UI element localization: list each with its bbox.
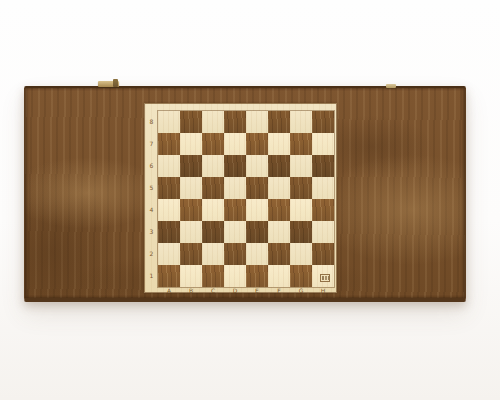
square-b4 — [180, 199, 202, 221]
file-label-d: D — [224, 287, 246, 294]
square-g4 — [290, 199, 312, 221]
rank-label-1: 1 — [145, 265, 158, 287]
square-b1 — [180, 265, 202, 287]
square-b7 — [180, 133, 202, 155]
square-b5 — [180, 177, 202, 199]
square-e8 — [246, 111, 268, 133]
square-a1 — [158, 265, 180, 287]
square-g6 — [290, 155, 312, 177]
square-e5 — [246, 177, 268, 199]
square-e2 — [246, 243, 268, 265]
square-a4 — [158, 199, 180, 221]
square-f8 — [268, 111, 290, 133]
chessboard: 87654321 ABCDEFGH — [144, 103, 337, 293]
square-b8 — [180, 111, 202, 133]
rank-labels: 87654321 — [145, 111, 158, 287]
square-c8 — [202, 111, 224, 133]
square-h3 — [312, 221, 334, 243]
hinge-knob-icon — [113, 79, 118, 87]
square-b2 — [180, 243, 202, 265]
square-f6 — [268, 155, 290, 177]
file-label-a: A — [158, 287, 180, 294]
rank-label-4: 4 — [145, 199, 158, 221]
rank-label-3: 3 — [145, 221, 158, 243]
square-g3 — [290, 221, 312, 243]
maker-stamp-icon — [320, 274, 330, 282]
file-label-e: E — [246, 287, 268, 294]
square-h6 — [312, 155, 334, 177]
square-d6 — [224, 155, 246, 177]
square-a8 — [158, 111, 180, 133]
square-c7 — [202, 133, 224, 155]
square-f2 — [268, 243, 290, 265]
rank-label-7: 7 — [145, 133, 158, 155]
square-a6 — [158, 155, 180, 177]
square-g8 — [290, 111, 312, 133]
hinge-left-icon — [98, 81, 119, 87]
rank-label-6: 6 — [145, 155, 158, 177]
square-c6 — [202, 155, 224, 177]
rank-label-5: 5 — [145, 177, 158, 199]
square-h7 — [312, 133, 334, 155]
square-a3 — [158, 221, 180, 243]
square-d2 — [224, 243, 246, 265]
rank-label-2: 2 — [145, 243, 158, 265]
square-g5 — [290, 177, 312, 199]
square-h4 — [312, 199, 334, 221]
square-e4 — [246, 199, 268, 221]
square-d7 — [224, 133, 246, 155]
square-c4 — [202, 199, 224, 221]
square-f5 — [268, 177, 290, 199]
square-d8 — [224, 111, 246, 133]
file-label-h: H — [312, 287, 334, 294]
square-b6 — [180, 155, 202, 177]
square-f1 — [268, 265, 290, 287]
square-c5 — [202, 177, 224, 199]
square-d4 — [224, 199, 246, 221]
square-f3 — [268, 221, 290, 243]
square-d5 — [224, 177, 246, 199]
square-h8 — [312, 111, 334, 133]
square-e7 — [246, 133, 268, 155]
square-a7 — [158, 133, 180, 155]
hinge-right-icon — [386, 84, 396, 88]
square-e6 — [246, 155, 268, 177]
square-h5 — [312, 177, 334, 199]
square-g7 — [290, 133, 312, 155]
square-b3 — [180, 221, 202, 243]
square-e3 — [246, 221, 268, 243]
rank-label-8: 8 — [145, 111, 158, 133]
square-c2 — [202, 243, 224, 265]
square-f4 — [268, 199, 290, 221]
square-c1 — [202, 265, 224, 287]
square-c3 — [202, 221, 224, 243]
file-label-c: C — [202, 287, 224, 294]
squares-grid — [158, 111, 334, 287]
square-h2 — [312, 243, 334, 265]
square-f7 — [268, 133, 290, 155]
file-label-g: G — [290, 287, 312, 294]
square-a5 — [158, 177, 180, 199]
square-e1 — [246, 265, 268, 287]
square-d1 — [224, 265, 246, 287]
file-label-b: B — [180, 287, 202, 294]
square-a2 — [158, 243, 180, 265]
wooden-chess-box: 87654321 ABCDEFGH — [24, 86, 466, 302]
square-g2 — [290, 243, 312, 265]
file-label-f: F — [268, 287, 290, 294]
square-d3 — [224, 221, 246, 243]
file-labels: ABCDEFGH — [158, 287, 334, 294]
square-g1 — [290, 265, 312, 287]
photo-background: 87654321 ABCDEFGH — [0, 0, 500, 400]
